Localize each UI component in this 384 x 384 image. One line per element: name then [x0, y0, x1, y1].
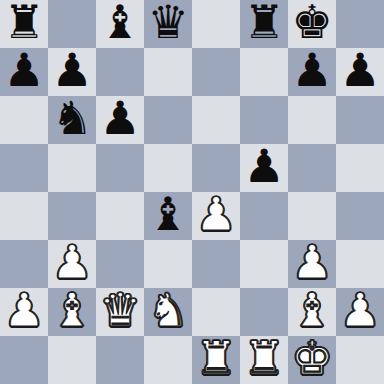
- square-c2[interactable]: ♛: [96, 288, 144, 336]
- square-g4[interactable]: [288, 192, 336, 240]
- piece-black-pawn[interactable]: ♟: [99, 96, 140, 142]
- piece-black-pawn[interactable]: ♟: [243, 144, 284, 190]
- square-h2[interactable]: ♟: [336, 288, 384, 336]
- square-e1[interactable]: ♜: [192, 336, 240, 384]
- square-b1[interactable]: [48, 336, 96, 384]
- square-a8[interactable]: ♜: [0, 0, 48, 48]
- square-d5[interactable]: [144, 144, 192, 192]
- square-d3[interactable]: [144, 240, 192, 288]
- square-a5[interactable]: [0, 144, 48, 192]
- square-f3[interactable]: [240, 240, 288, 288]
- square-h7[interactable]: ♟: [336, 48, 384, 96]
- square-e4[interactable]: ♟: [192, 192, 240, 240]
- square-b8[interactable]: [48, 0, 96, 48]
- square-f8[interactable]: ♜: [240, 0, 288, 48]
- piece-black-pawn[interactable]: ♟: [339, 48, 380, 94]
- square-d7[interactable]: [144, 48, 192, 96]
- piece-white-rook[interactable]: ♜: [243, 336, 284, 382]
- square-f5[interactable]: ♟: [240, 144, 288, 192]
- square-e3[interactable]: [192, 240, 240, 288]
- square-c6[interactable]: ♟: [96, 96, 144, 144]
- square-d1[interactable]: [144, 336, 192, 384]
- piece-white-pawn[interactable]: ♟: [3, 288, 44, 334]
- piece-white-knight[interactable]: ♞: [147, 288, 188, 334]
- square-c5[interactable]: [96, 144, 144, 192]
- square-e6[interactable]: [192, 96, 240, 144]
- square-a3[interactable]: [0, 240, 48, 288]
- square-a2[interactable]: ♟: [0, 288, 48, 336]
- piece-white-bishop[interactable]: ♝: [291, 288, 332, 334]
- square-a1[interactable]: [0, 336, 48, 384]
- piece-black-pawn[interactable]: ♟: [3, 48, 44, 94]
- piece-black-king[interactable]: ♚: [291, 0, 332, 46]
- square-h8[interactable]: [336, 0, 384, 48]
- piece-white-pawn[interactable]: ♟: [51, 240, 92, 286]
- square-e7[interactable]: [192, 48, 240, 96]
- piece-black-bishop[interactable]: ♝: [147, 192, 188, 238]
- piece-white-pawn[interactable]: ♟: [195, 192, 236, 238]
- square-d2[interactable]: ♞: [144, 288, 192, 336]
- piece-white-pawn[interactable]: ♟: [291, 240, 332, 286]
- square-c3[interactable]: [96, 240, 144, 288]
- piece-white-queen[interactable]: ♛: [99, 288, 140, 334]
- square-g5[interactable]: [288, 144, 336, 192]
- square-f6[interactable]: [240, 96, 288, 144]
- square-e2[interactable]: [192, 288, 240, 336]
- square-b4[interactable]: [48, 192, 96, 240]
- square-f7[interactable]: [240, 48, 288, 96]
- square-a7[interactable]: ♟: [0, 48, 48, 96]
- piece-black-pawn[interactable]: ♟: [51, 48, 92, 94]
- piece-black-bishop[interactable]: ♝: [99, 0, 140, 46]
- square-g3[interactable]: ♟: [288, 240, 336, 288]
- square-a4[interactable]: [0, 192, 48, 240]
- piece-black-rook[interactable]: ♜: [243, 0, 284, 46]
- square-h1[interactable]: [336, 336, 384, 384]
- piece-black-knight[interactable]: ♞: [51, 96, 92, 142]
- piece-white-rook[interactable]: ♜: [195, 336, 236, 382]
- square-b6[interactable]: ♞: [48, 96, 96, 144]
- square-e5[interactable]: [192, 144, 240, 192]
- piece-black-pawn[interactable]: ♟: [291, 48, 332, 94]
- piece-white-king[interactable]: ♚: [291, 336, 332, 382]
- square-b5[interactable]: [48, 144, 96, 192]
- square-d6[interactable]: [144, 96, 192, 144]
- square-e8[interactable]: [192, 0, 240, 48]
- piece-black-queen[interactable]: ♛: [147, 0, 188, 46]
- square-f4[interactable]: [240, 192, 288, 240]
- square-h4[interactable]: [336, 192, 384, 240]
- square-g7[interactable]: ♟: [288, 48, 336, 96]
- square-g6[interactable]: [288, 96, 336, 144]
- chess-board: ♜♝♛♜♚♟♟♟♟♞♟♟♝♟♟♟♟♝♛♞♝♟♜♜♚: [0, 0, 384, 384]
- square-b3[interactable]: ♟: [48, 240, 96, 288]
- square-g8[interactable]: ♚: [288, 0, 336, 48]
- square-c8[interactable]: ♝: [96, 0, 144, 48]
- square-d4[interactable]: ♝: [144, 192, 192, 240]
- square-b7[interactable]: ♟: [48, 48, 96, 96]
- square-h5[interactable]: [336, 144, 384, 192]
- square-c1[interactable]: [96, 336, 144, 384]
- square-b2[interactable]: ♝: [48, 288, 96, 336]
- square-g1[interactable]: ♚: [288, 336, 336, 384]
- piece-black-rook[interactable]: ♜: [3, 0, 44, 46]
- square-h6[interactable]: [336, 96, 384, 144]
- square-c7[interactable]: [96, 48, 144, 96]
- square-d8[interactable]: ♛: [144, 0, 192, 48]
- square-c4[interactable]: [96, 192, 144, 240]
- square-g2[interactable]: ♝: [288, 288, 336, 336]
- square-f1[interactable]: ♜: [240, 336, 288, 384]
- square-f2[interactable]: [240, 288, 288, 336]
- square-h3[interactable]: [336, 240, 384, 288]
- piece-white-bishop[interactable]: ♝: [51, 288, 92, 334]
- piece-white-pawn[interactable]: ♟: [339, 288, 380, 334]
- square-a6[interactable]: [0, 96, 48, 144]
